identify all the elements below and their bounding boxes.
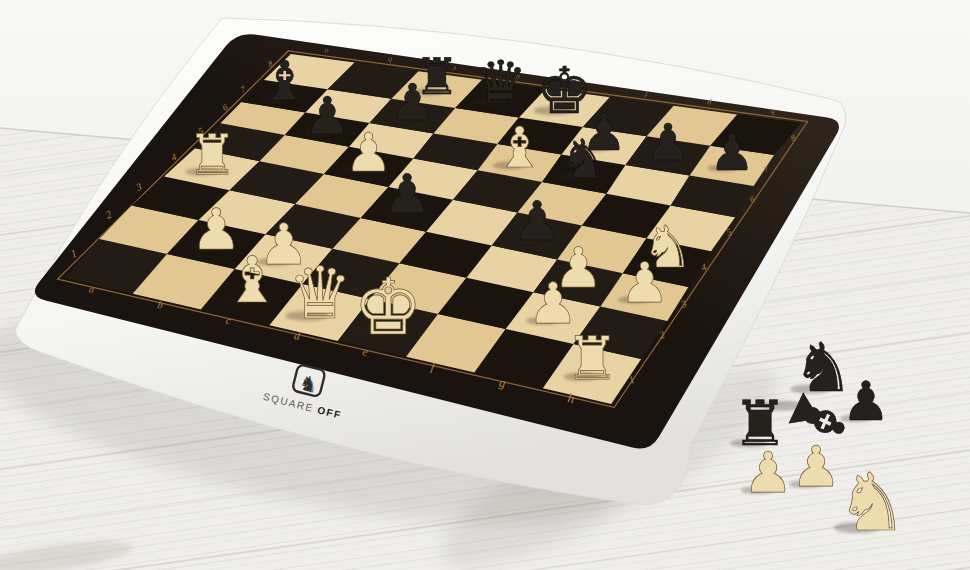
piece-black-bishop-a7: ♝	[260, 49, 309, 113]
piece-white-rook-a4: ♜	[187, 122, 237, 187]
piece-black-pawn-h7: ♟	[709, 123, 755, 182]
piece-white-bishop-e6: ♝	[494, 115, 545, 180]
captured-white-pawn: ♟	[791, 434, 841, 499]
piece-black-pawn-c7: ♟	[390, 73, 436, 132]
piece-black-knight-f6: ♞	[559, 127, 608, 191]
piece-white-king-e1: ♚	[353, 262, 423, 352]
captured-white-knight: ♞	[836, 456, 908, 549]
scene-canvas: aabbccddeeffgghh1122334455667788 ♜♝♛♚♟♟♟…	[0, 0, 970, 570]
piece-black-pawn-d4: ♟	[383, 163, 432, 226]
captured-white-pawn: ♟	[743, 440, 793, 505]
piece-white-pawn-h3: ♟	[620, 250, 670, 315]
scene: aabbccddeeffgghh1122334455667788 ♜♝♛♚♟♟♟…	[0, 0, 970, 570]
piece-black-pawn-g7: ♟	[645, 113, 691, 172]
piece-black-queen-d8: ♛	[474, 48, 527, 117]
captured-black-pawn: ♟	[842, 370, 890, 433]
piece-white-bishop-c1: ♝	[223, 243, 280, 317]
piece-white-rook-h1: ♜	[565, 323, 619, 393]
piece-white-queen-d1: ♛	[288, 251, 353, 335]
piece-black-pawn-b6: ♟	[304, 86, 351, 146]
